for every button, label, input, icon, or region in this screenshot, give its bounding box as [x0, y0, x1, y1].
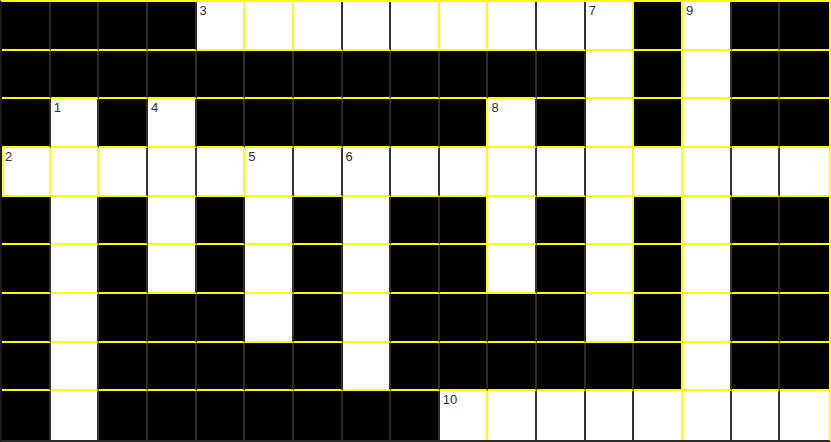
block-cell: [440, 343, 489, 392]
block-cell: [2, 391, 51, 440]
block-cell: [99, 245, 148, 294]
grid-cell[interactable]: 10: [440, 391, 489, 440]
clue-number: 3: [200, 4, 244, 18]
grid-cell[interactable]: [537, 2, 586, 51]
block-cell: [245, 391, 294, 440]
block-cell: [634, 294, 683, 343]
grid-cell[interactable]: [683, 51, 732, 100]
block-cell: [732, 294, 781, 343]
block-cell: [197, 294, 246, 343]
block-cell: [780, 343, 829, 392]
grid-cell[interactable]: [488, 2, 537, 51]
block-cell: [245, 51, 294, 100]
block-cell: [537, 294, 586, 343]
grid-cell[interactable]: 5: [245, 148, 294, 197]
block-cell: [780, 294, 829, 343]
block-cell: [197, 51, 246, 100]
grid-cell[interactable]: [634, 148, 683, 197]
grid-cell[interactable]: [51, 343, 100, 392]
block-cell: [99, 99, 148, 148]
block-cell: [148, 294, 197, 343]
block-cell: [148, 391, 197, 440]
block-cell: [586, 343, 635, 392]
block-cell: [780, 2, 829, 51]
grid-cell[interactable]: 3: [197, 2, 246, 51]
grid-cell[interactable]: [537, 148, 586, 197]
block-cell: [294, 99, 343, 148]
grid-cell[interactable]: [732, 148, 781, 197]
grid-cell[interactable]: [586, 148, 635, 197]
grid-cell[interactable]: [440, 2, 489, 51]
block-cell: [537, 51, 586, 100]
block-cell: [391, 245, 440, 294]
block-cell: [245, 343, 294, 392]
grid-cell[interactable]: [488, 148, 537, 197]
grid-cell[interactable]: [51, 197, 100, 246]
grid-cell[interactable]: [148, 197, 197, 246]
grid-cell[interactable]: [586, 197, 635, 246]
grid-cell[interactable]: [683, 99, 732, 148]
block-cell: [732, 343, 781, 392]
grid-cell[interactable]: [51, 391, 100, 440]
block-cell: [2, 99, 51, 148]
block-cell: [440, 51, 489, 100]
grid-cell[interactable]: [634, 391, 683, 440]
grid-cell[interactable]: [683, 391, 732, 440]
clue-number: 8: [491, 101, 535, 115]
clue-number: 5: [248, 150, 292, 164]
block-cell: [732, 99, 781, 148]
grid-cell[interactable]: [245, 197, 294, 246]
block-cell: [197, 99, 246, 148]
grid-cell[interactable]: [343, 245, 392, 294]
grid-cell[interactable]: [343, 2, 392, 51]
block-cell: [294, 294, 343, 343]
clue-number: 1: [54, 101, 98, 115]
grid-cell[interactable]: [294, 2, 343, 51]
grid-cell[interactable]: [488, 197, 537, 246]
block-cell: [294, 51, 343, 100]
block-cell: [634, 245, 683, 294]
block-cell: [537, 197, 586, 246]
block-cell: [634, 343, 683, 392]
block-cell: [780, 197, 829, 246]
block-cell: [440, 197, 489, 246]
block-cell: [537, 245, 586, 294]
grid-cell[interactable]: 9: [683, 2, 732, 51]
grid-cell[interactable]: 2: [2, 148, 51, 197]
grid-cell[interactable]: [683, 197, 732, 246]
grid-cell[interactable]: 8: [488, 99, 537, 148]
block-cell: [148, 2, 197, 51]
clue-number: 6: [346, 150, 390, 164]
block-cell: [2, 343, 51, 392]
block-cell: [51, 2, 100, 51]
block-cell: [99, 51, 148, 100]
block-cell: [780, 245, 829, 294]
block-cell: [440, 245, 489, 294]
block-cell: [634, 197, 683, 246]
block-cell: [2, 294, 51, 343]
grid-cell[interactable]: [586, 99, 635, 148]
grid-cell[interactable]: [586, 391, 635, 440]
grid-cell[interactable]: [586, 294, 635, 343]
grid-cell[interactable]: [440, 148, 489, 197]
crossword-board: 37914825610: [0, 0, 831, 442]
grid-cell[interactable]: [343, 343, 392, 392]
block-cell: [391, 99, 440, 148]
block-cell: [732, 2, 781, 51]
grid-cell[interactable]: [391, 148, 440, 197]
clue-number: 10: [443, 393, 487, 407]
block-cell: [732, 51, 781, 100]
clue-number: 7: [589, 4, 633, 18]
grid-cell[interactable]: [488, 245, 537, 294]
block-cell: [732, 245, 781, 294]
block-cell: [780, 99, 829, 148]
block-cell: [294, 245, 343, 294]
block-cell: [245, 99, 294, 148]
block-cell: [99, 391, 148, 440]
block-cell: [197, 197, 246, 246]
block-cell: [294, 343, 343, 392]
grid-cell[interactable]: [245, 245, 294, 294]
grid-cell[interactable]: [148, 245, 197, 294]
clue-number: 9: [686, 4, 730, 18]
block-cell: [343, 391, 392, 440]
block-cell: [391, 294, 440, 343]
block-cell: [488, 294, 537, 343]
grid-cell[interactable]: [148, 148, 197, 197]
block-cell: [148, 343, 197, 392]
block-cell: [2, 2, 51, 51]
block-cell: [294, 391, 343, 440]
grid-cell[interactable]: [391, 2, 440, 51]
grid-cell[interactable]: [343, 197, 392, 246]
crossword-grid: 37914825610: [2, 2, 829, 440]
block-cell: [634, 99, 683, 148]
block-cell: [440, 294, 489, 343]
grid-cell[interactable]: [732, 391, 781, 440]
block-cell: [2, 51, 51, 100]
block-cell: [780, 51, 829, 100]
block-cell: [391, 51, 440, 100]
grid-cell[interactable]: [99, 148, 148, 197]
block-cell: [2, 245, 51, 294]
block-cell: [343, 99, 392, 148]
clue-number: 4: [151, 101, 195, 115]
block-cell: [488, 343, 537, 392]
block-cell: [440, 99, 489, 148]
block-cell: [634, 51, 683, 100]
grid-cell[interactable]: [294, 148, 343, 197]
grid-cell[interactable]: [245, 294, 294, 343]
block-cell: [391, 343, 440, 392]
clue-number: 2: [5, 150, 49, 164]
block-cell: [99, 197, 148, 246]
block-cell: [148, 51, 197, 100]
block-cell: [2, 197, 51, 246]
grid-cell[interactable]: [683, 148, 732, 197]
block-cell: [488, 51, 537, 100]
block-cell: [197, 343, 246, 392]
grid-cell[interactable]: [586, 51, 635, 100]
block-cell: [391, 391, 440, 440]
block-cell: [99, 343, 148, 392]
grid-cell[interactable]: 7: [586, 2, 635, 51]
grid-cell[interactable]: 4: [148, 99, 197, 148]
grid-cell[interactable]: 6: [343, 148, 392, 197]
grid-cell[interactable]: [51, 294, 100, 343]
block-cell: [732, 197, 781, 246]
grid-cell[interactable]: [683, 245, 732, 294]
grid-cell[interactable]: [683, 294, 732, 343]
grid-cell[interactable]: [586, 245, 635, 294]
grid-cell[interactable]: [51, 148, 100, 197]
grid-cell[interactable]: [197, 148, 246, 197]
block-cell: [391, 197, 440, 246]
grid-cell[interactable]: [537, 391, 586, 440]
grid-cell[interactable]: [51, 245, 100, 294]
grid-cell[interactable]: 1: [51, 99, 100, 148]
block-cell: [634, 2, 683, 51]
block-cell: [51, 51, 100, 100]
grid-cell[interactable]: [780, 148, 829, 197]
grid-cell[interactable]: [488, 391, 537, 440]
grid-cell[interactable]: [343, 294, 392, 343]
grid-cell[interactable]: [683, 343, 732, 392]
block-cell: [537, 99, 586, 148]
block-cell: [343, 51, 392, 100]
block-cell: [99, 2, 148, 51]
block-cell: [197, 391, 246, 440]
block-cell: [99, 294, 148, 343]
block-cell: [537, 343, 586, 392]
grid-cell[interactable]: [780, 391, 829, 440]
grid-cell[interactable]: [245, 2, 294, 51]
block-cell: [197, 245, 246, 294]
block-cell: [294, 197, 343, 246]
